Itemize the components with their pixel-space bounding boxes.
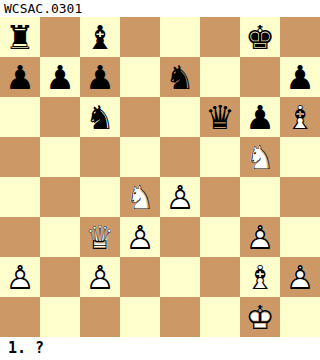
square-g1[interactable]: ♚♔ — [240, 297, 280, 337]
square-e7[interactable]: ♞ — [160, 57, 200, 97]
white-pawn: ♙ — [80, 257, 120, 297]
square-f3[interactable] — [200, 217, 240, 257]
square-g6[interactable]: ♟ — [240, 97, 280, 137]
square-h8[interactable] — [280, 17, 320, 57]
square-c7[interactable]: ♟ — [80, 57, 120, 97]
black-pawn: ♟ — [40, 57, 80, 97]
square-d8[interactable] — [120, 17, 160, 57]
square-b8[interactable] — [40, 17, 80, 57]
white-pawn: ♙ — [160, 177, 200, 217]
square-e2[interactable] — [160, 257, 200, 297]
square-e1[interactable] — [160, 297, 200, 337]
square-f6[interactable]: ♛ — [200, 97, 240, 137]
square-h1[interactable] — [280, 297, 320, 337]
square-g4[interactable] — [240, 177, 280, 217]
square-h6[interactable]: ♝♗ — [280, 97, 320, 137]
black-knight: ♞ — [80, 97, 120, 137]
white-queen-fill: ♛ — [80, 217, 120, 257]
square-g8[interactable]: ♚ — [240, 17, 280, 57]
white-pawn: ♙ — [0, 257, 40, 297]
white-pawn-fill: ♟ — [160, 177, 200, 217]
white-knight: ♘ — [240, 137, 280, 177]
white-pawn-fill: ♟ — [280, 257, 320, 297]
square-f2[interactable] — [200, 257, 240, 297]
square-b2[interactable] — [40, 257, 80, 297]
square-f7[interactable] — [200, 57, 240, 97]
square-a7[interactable]: ♟ — [0, 57, 40, 97]
square-g3[interactable]: ♟♙ — [240, 217, 280, 257]
square-a8[interactable]: ♜ — [0, 17, 40, 57]
puzzle-id: WCSAC.0301 — [0, 0, 320, 17]
white-knight: ♘ — [120, 177, 160, 217]
square-d4[interactable]: ♞♘ — [120, 177, 160, 217]
white-king: ♔ — [240, 297, 280, 337]
square-a1[interactable] — [0, 297, 40, 337]
square-d6[interactable] — [120, 97, 160, 137]
black-king: ♚ — [240, 17, 280, 57]
black-rook: ♜ — [0, 17, 40, 57]
square-c5[interactable] — [80, 137, 120, 177]
white-pawn: ♙ — [120, 217, 160, 257]
white-pawn-fill: ♟ — [0, 257, 40, 297]
square-c1[interactable] — [80, 297, 120, 337]
square-g5[interactable]: ♞♘ — [240, 137, 280, 177]
square-e8[interactable] — [160, 17, 200, 57]
square-c4[interactable] — [80, 177, 120, 217]
square-e4[interactable]: ♟♙ — [160, 177, 200, 217]
square-b7[interactable]: ♟ — [40, 57, 80, 97]
square-e6[interactable] — [160, 97, 200, 137]
square-c6[interactable]: ♞ — [80, 97, 120, 137]
square-f4[interactable] — [200, 177, 240, 217]
black-pawn: ♟ — [240, 97, 280, 137]
black-queen: ♛ — [200, 97, 240, 137]
square-d5[interactable] — [120, 137, 160, 177]
white-bishop: ♗ — [240, 257, 280, 297]
square-f5[interactable] — [200, 137, 240, 177]
white-queen: ♕ — [80, 217, 120, 257]
square-b3[interactable] — [40, 217, 80, 257]
square-c8[interactable]: ♝ — [80, 17, 120, 57]
white-pawn: ♙ — [240, 217, 280, 257]
square-d3[interactable]: ♟♙ — [120, 217, 160, 257]
white-pawn: ♙ — [280, 257, 320, 297]
move-prompt: 1. ? — [0, 337, 320, 360]
black-pawn: ♟ — [280, 57, 320, 97]
square-c3[interactable]: ♛♕ — [80, 217, 120, 257]
square-b5[interactable] — [40, 137, 80, 177]
white-pawn-fill: ♟ — [240, 217, 280, 257]
white-knight-fill: ♞ — [240, 137, 280, 177]
white-pawn-fill: ♟ — [80, 257, 120, 297]
square-b1[interactable] — [40, 297, 80, 337]
square-d1[interactable] — [120, 297, 160, 337]
square-c2[interactable]: ♟♙ — [80, 257, 120, 297]
square-h3[interactable] — [280, 217, 320, 257]
square-a4[interactable] — [0, 177, 40, 217]
square-d2[interactable] — [120, 257, 160, 297]
square-e3[interactable] — [160, 217, 200, 257]
black-pawn: ♟ — [80, 57, 120, 97]
black-knight: ♞ — [160, 57, 200, 97]
square-a5[interactable] — [0, 137, 40, 177]
square-f8[interactable] — [200, 17, 240, 57]
white-bishop: ♗ — [280, 97, 320, 137]
black-pawn: ♟ — [0, 57, 40, 97]
square-g2[interactable]: ♝♗ — [240, 257, 280, 297]
chess-board: ♜♝♚♟♟♟♞♟♞♛♟♝♗♞♘♞♘♟♙♛♕♟♙♟♙♟♙♟♙♝♗♟♙♚♔ — [0, 17, 320, 337]
square-e5[interactable] — [160, 137, 200, 177]
square-b4[interactable] — [40, 177, 80, 217]
square-h5[interactable] — [280, 137, 320, 177]
square-h7[interactable]: ♟ — [280, 57, 320, 97]
square-f1[interactable] — [200, 297, 240, 337]
white-pawn-fill: ♟ — [120, 217, 160, 257]
white-knight-fill: ♞ — [120, 177, 160, 217]
square-h2[interactable]: ♟♙ — [280, 257, 320, 297]
square-g7[interactable] — [240, 57, 280, 97]
white-bishop-fill: ♝ — [240, 257, 280, 297]
square-h4[interactable] — [280, 177, 320, 217]
square-a2[interactable]: ♟♙ — [0, 257, 40, 297]
square-b6[interactable] — [40, 97, 80, 137]
white-king-fill: ♚ — [240, 297, 280, 337]
chess-puzzle-page: WCSAC.0301 ♜♝♚♟♟♟♞♟♞♛♟♝♗♞♘♞♘♟♙♛♕♟♙♟♙♟♙♟♙… — [0, 0, 320, 360]
square-d7[interactable] — [120, 57, 160, 97]
square-a3[interactable] — [0, 217, 40, 257]
white-bishop-fill: ♝ — [280, 97, 320, 137]
black-bishop: ♝ — [80, 17, 120, 57]
square-a6[interactable] — [0, 97, 40, 137]
